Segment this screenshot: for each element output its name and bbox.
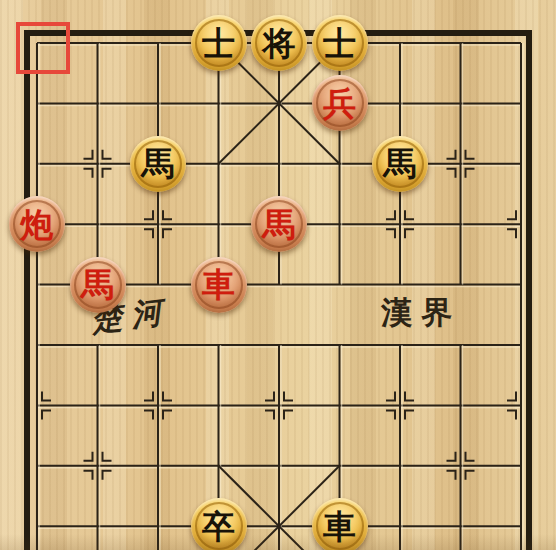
piece-character: 馬 [384,147,417,180]
piece-black-advisor-f3r0[interactable]: 士 [191,15,247,71]
piece-character: 将 [263,27,296,60]
piece-character: 車 [323,510,356,543]
move-highlight-square [16,22,70,74]
piece-black-soldier-f3r8[interactable]: 卒 [191,498,247,550]
piece-character: 車 [202,268,235,301]
piece-red-cannon-f0r3[interactable]: 炮 [9,196,65,252]
piece-black-chariot-f5r8[interactable]: 車 [312,498,368,550]
xiangqi-board: 楚河 漢界 士将士兵馬馬炮馬馬車卒車 [0,0,556,550]
piece-black-advisor-f5r0[interactable]: 士 [312,15,368,71]
piece-character: 馬 [142,147,175,180]
piece-character: 兵 [323,87,356,120]
piece-character: 士 [202,27,235,60]
piece-red-soldier-f5r1[interactable]: 兵 [312,75,368,131]
piece-character: 馬 [81,268,114,301]
piece-red-chariot-f3r4[interactable]: 車 [191,257,247,313]
piece-red-horse-f4r3[interactable]: 馬 [251,196,307,252]
piece-red-horse-f1r4[interactable]: 馬 [70,257,126,313]
river-label-han: 漢界 [381,292,461,334]
piece-character: 卒 [202,510,235,543]
piece-black-horse-f6r2[interactable]: 馬 [372,136,428,192]
piece-character: 炮 [21,208,54,241]
piece-black-general-f4r0[interactable]: 将 [251,15,307,71]
piece-black-horse-f2r2[interactable]: 馬 [130,136,186,192]
piece-character: 士 [323,27,356,60]
piece-character: 馬 [263,208,296,241]
